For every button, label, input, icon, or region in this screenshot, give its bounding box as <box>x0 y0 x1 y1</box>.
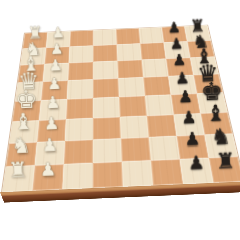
square <box>147 115 177 138</box>
square: ♟ <box>43 63 69 82</box>
square: ♟ <box>166 58 193 76</box>
square: ♟ <box>164 42 191 59</box>
square: ♟ <box>171 94 201 115</box>
square: ♛ <box>193 74 222 94</box>
square: ♜ <box>2 165 35 192</box>
square <box>68 62 93 81</box>
square: ♝ <box>18 64 45 83</box>
square <box>145 95 174 116</box>
square <box>116 28 140 44</box>
square <box>140 43 166 60</box>
square <box>93 117 121 140</box>
square: ♝ <box>9 121 39 144</box>
square: ♟ <box>32 164 63 190</box>
square: ♟ <box>37 119 66 142</box>
piece-black-pawn: ♟ <box>162 21 186 36</box>
square: ♟ <box>177 135 209 159</box>
square <box>143 76 171 96</box>
square: ♞ <box>187 40 214 57</box>
square <box>151 159 183 185</box>
piece-white-rook: ♜ <box>3 158 34 181</box>
square: ♚ <box>12 100 41 121</box>
square <box>117 60 143 79</box>
square <box>121 137 151 161</box>
square <box>66 98 93 119</box>
square <box>93 97 120 118</box>
square: ♟ <box>41 81 68 101</box>
square: ♚ <box>197 92 228 113</box>
square: ♞ <box>205 134 238 158</box>
square <box>120 116 149 139</box>
piece-white-rook: ♜ <box>23 24 47 42</box>
square <box>67 79 93 99</box>
square: ♟ <box>45 47 70 64</box>
square <box>118 77 145 97</box>
square <box>93 29 117 45</box>
square <box>93 78 119 98</box>
square: ♝ <box>201 112 233 135</box>
chess-board: ♜♟♟♜♞♟♟♞♝♟♟♝♛♟♟♛♚♟♟♚♝♟♟♝♞♟♟♞♜♟♟♜ <box>2 25 240 192</box>
square <box>117 44 142 61</box>
square: ♟ <box>180 158 214 184</box>
square <box>70 30 94 46</box>
square: ♟ <box>174 113 205 136</box>
square <box>93 45 117 62</box>
square: ♜ <box>209 157 240 183</box>
square <box>119 96 147 117</box>
square <box>93 162 123 188</box>
square <box>149 136 180 160</box>
square <box>65 118 93 141</box>
square: ♛ <box>15 82 43 102</box>
square: ♝ <box>190 57 218 75</box>
square: ♟ <box>162 26 188 42</box>
square <box>69 46 93 63</box>
square: ♟ <box>35 141 65 166</box>
square <box>93 139 122 163</box>
square: ♜ <box>23 32 48 48</box>
square: ♜ <box>184 25 210 41</box>
square <box>122 160 153 186</box>
square: ♞ <box>6 142 37 167</box>
square <box>64 140 93 164</box>
square: ♟ <box>39 99 67 120</box>
square <box>139 27 164 43</box>
square <box>142 59 169 77</box>
piece-white-pawn: ♟ <box>46 26 70 41</box>
square: ♟ <box>168 75 197 95</box>
square: ♟ <box>46 31 70 47</box>
square <box>63 163 93 189</box>
board-grid: ♜♟♟♜♞♟♟♞♝♟♟♝♛♟♟♛♚♟♟♚♝♟♟♝♞♟♟♞♜♟♟♜ <box>2 25 240 192</box>
square: ♞ <box>20 48 46 66</box>
chess-set-product-photo: ♜♟♟♜♞♟♟♞♝♟♟♝♛♟♟♛♚♟♟♚♝♟♟♝♞♟♟♞♜♟♟♜ <box>0 0 240 240</box>
square <box>93 61 118 80</box>
piece-black-rook: ♜ <box>185 17 209 35</box>
